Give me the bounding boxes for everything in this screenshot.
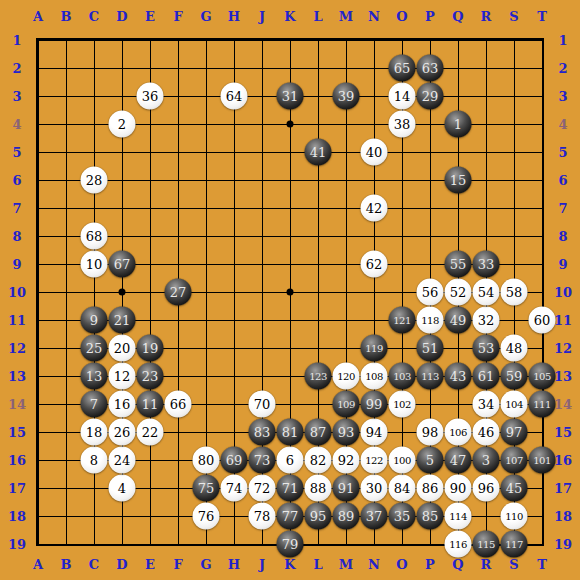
stone-black-123: 123 (305, 363, 332, 390)
coord-label-top-F: F (173, 9, 182, 24)
stone-black-33: 33 (473, 251, 500, 278)
coord-label-top-D: D (116, 9, 127, 24)
coord-label-top-Q: Q (452, 9, 463, 24)
coord-label-right-3: 3 (558, 89, 567, 104)
stone-black-55: 55 (445, 251, 472, 278)
stone-black-87: 87 (305, 419, 332, 446)
coord-label-bottom-A: A (33, 557, 43, 572)
coord-label-top-G: G (200, 9, 211, 24)
stone-white-104: 104 (501, 391, 528, 418)
stone-white-84: 84 (389, 475, 416, 502)
coord-label-bottom-H: H (228, 557, 240, 572)
stone-black-69: 69 (221, 447, 248, 474)
stone-black-119: 119 (361, 335, 388, 362)
coord-label-bottom-O: O (396, 557, 407, 572)
stone-black-31: 31 (277, 83, 304, 110)
stone-white-24: 24 (109, 447, 136, 474)
stone-black-45: 45 (501, 475, 528, 502)
coord-label-right-2: 2 (558, 61, 567, 76)
coord-label-top-B: B (61, 9, 72, 24)
coord-label-left-18: 18 (8, 509, 26, 524)
stone-black-9: 9 (81, 307, 108, 334)
stone-black-93: 93 (333, 419, 360, 446)
coord-label-right-16: 16 (554, 453, 572, 468)
stone-black-77: 77 (277, 503, 304, 530)
stone-white-2: 2 (109, 111, 136, 138)
stone-white-66: 66 (165, 391, 192, 418)
stone-white-14: 14 (389, 83, 416, 110)
stone-black-27: 27 (165, 279, 192, 306)
coord-label-left-10: 10 (8, 285, 26, 300)
coord-label-bottom-S: S (509, 557, 518, 572)
coord-label-right-5: 5 (558, 145, 567, 160)
stone-white-34: 34 (473, 391, 500, 418)
stone-black-73: 73 (249, 447, 276, 474)
coord-label-right-4: 4 (558, 117, 567, 132)
stone-white-120: 120 (333, 363, 360, 390)
coord-label-left-17: 17 (8, 481, 26, 496)
coord-label-left-13: 13 (8, 369, 26, 384)
stone-white-86: 86 (417, 475, 444, 502)
stone-white-48: 48 (501, 335, 528, 362)
coord-label-bottom-T: T (537, 557, 547, 572)
coord-label-right-18: 18 (554, 509, 572, 524)
coord-label-top-N: N (368, 9, 380, 24)
coord-label-top-P: P (425, 9, 435, 24)
stone-black-105: 105 (529, 363, 556, 390)
stone-white-6: 6 (277, 447, 304, 474)
stone-black-109: 109 (333, 391, 360, 418)
coord-label-top-E: E (145, 9, 155, 24)
stone-white-40: 40 (361, 139, 388, 166)
stone-white-30: 30 (361, 475, 388, 502)
coord-label-bottom-Q: Q (452, 557, 463, 572)
coord-label-bottom-N: N (368, 557, 380, 572)
stone-black-107: 107 (501, 447, 528, 474)
coord-label-right-12: 12 (554, 341, 572, 356)
stone-black-83: 83 (249, 419, 276, 446)
coord-label-left-8: 8 (12, 229, 21, 244)
coord-label-top-S: S (509, 9, 518, 24)
coord-label-right-15: 15 (554, 425, 572, 440)
stone-white-26: 26 (109, 419, 136, 446)
coord-label-right-10: 10 (554, 285, 572, 300)
stone-black-21: 21 (109, 307, 136, 334)
stone-white-74: 74 (221, 475, 248, 502)
stone-black-35: 35 (389, 503, 416, 530)
coord-label-bottom-E: E (145, 557, 155, 572)
coord-label-left-14: 14 (8, 397, 26, 412)
coord-label-left-12: 12 (8, 341, 26, 356)
coord-label-bottom-P: P (425, 557, 435, 572)
coord-label-left-16: 16 (8, 453, 26, 468)
stone-black-7: 7 (81, 391, 108, 418)
stone-black-13: 13 (81, 363, 108, 390)
stone-white-64: 64 (221, 83, 248, 110)
stone-white-98: 98 (417, 419, 444, 446)
stone-black-29: 29 (417, 83, 444, 110)
stone-black-97: 97 (501, 419, 528, 446)
stone-white-80: 80 (193, 447, 220, 474)
stone-white-38: 38 (389, 111, 416, 138)
coord-label-bottom-K: K (284, 557, 295, 572)
star-point-K10 (287, 289, 294, 296)
coord-label-bottom-C: C (89, 557, 99, 572)
stone-black-85: 85 (417, 503, 444, 530)
stone-white-12: 12 (109, 363, 136, 390)
coord-label-left-7: 7 (12, 201, 21, 216)
stone-white-70: 70 (249, 391, 276, 418)
coord-label-left-3: 3 (12, 89, 21, 104)
stone-black-79: 79 (277, 531, 304, 558)
stone-white-32: 32 (473, 307, 500, 334)
coord-label-top-C: C (89, 9, 99, 24)
stone-white-56: 56 (417, 279, 444, 306)
stone-black-43: 43 (445, 363, 472, 390)
stone-black-117: 117 (501, 531, 528, 558)
coord-label-bottom-L: L (313, 557, 322, 572)
coord-label-bottom-B: B (61, 557, 72, 572)
stone-black-19: 19 (137, 335, 164, 362)
stone-black-121: 121 (389, 307, 416, 334)
stone-white-68: 68 (81, 223, 108, 250)
stone-white-94: 94 (361, 419, 388, 446)
coord-label-right-11: 11 (554, 313, 572, 328)
star-point-K4 (287, 121, 294, 128)
coord-label-right-6: 6 (558, 173, 567, 188)
stone-white-28: 28 (81, 167, 108, 194)
stone-black-3: 3 (473, 447, 500, 474)
stone-black-89: 89 (333, 503, 360, 530)
stone-black-49: 49 (445, 307, 472, 334)
stone-black-115: 115 (473, 531, 500, 558)
coord-label-right-7: 7 (558, 201, 567, 216)
star-point-D10 (119, 289, 126, 296)
stone-white-72: 72 (249, 475, 276, 502)
coord-label-right-1: 1 (558, 33, 567, 48)
stone-white-18: 18 (81, 419, 108, 446)
coord-label-left-19: 19 (8, 537, 26, 552)
stone-black-75: 75 (193, 475, 220, 502)
coord-label-top-O: O (396, 9, 407, 24)
coord-label-bottom-G: G (200, 557, 211, 572)
coord-label-top-H: H (228, 9, 240, 24)
stone-white-60: 60 (529, 307, 556, 334)
stone-black-95: 95 (305, 503, 332, 530)
stone-black-53: 53 (473, 335, 500, 362)
coord-label-right-8: 8 (558, 229, 567, 244)
stone-white-90: 90 (445, 475, 472, 502)
stone-white-52: 52 (445, 279, 472, 306)
stone-white-100: 100 (389, 447, 416, 474)
stone-black-15: 15 (445, 167, 472, 194)
coord-label-top-L: L (313, 9, 322, 24)
stone-black-51: 51 (417, 335, 444, 362)
stone-white-42: 42 (361, 195, 388, 222)
coord-label-right-14: 14 (554, 397, 572, 412)
stone-white-10: 10 (81, 251, 108, 278)
coord-label-bottom-D: D (116, 557, 127, 572)
coord-label-right-9: 9 (558, 257, 567, 272)
stone-black-103: 103 (389, 363, 416, 390)
coord-label-bottom-F: F (173, 557, 182, 572)
stone-black-39: 39 (333, 83, 360, 110)
stone-white-108: 108 (361, 363, 388, 390)
stone-white-110: 110 (501, 503, 528, 530)
stone-black-81: 81 (277, 419, 304, 446)
stone-white-102: 102 (389, 391, 416, 418)
stone-black-65: 65 (389, 55, 416, 82)
stone-black-113: 113 (417, 363, 444, 390)
coord-label-left-9: 9 (12, 257, 21, 272)
stone-white-82: 82 (305, 447, 332, 474)
stone-black-59: 59 (501, 363, 528, 390)
stone-white-92: 92 (333, 447, 360, 474)
coord-label-top-T: T (537, 9, 547, 24)
coord-label-top-J: J (259, 9, 265, 24)
stone-black-37: 37 (361, 503, 388, 530)
stone-white-114: 114 (445, 503, 472, 530)
stone-white-58: 58 (501, 279, 528, 306)
stone-black-1: 1 (445, 111, 472, 138)
coord-label-left-2: 2 (12, 61, 21, 76)
coord-label-bottom-M: M (339, 557, 353, 572)
coord-label-top-K: K (284, 9, 295, 24)
stone-white-8: 8 (81, 447, 108, 474)
stone-black-61: 61 (473, 363, 500, 390)
stone-black-101: 101 (529, 447, 556, 474)
stone-white-62: 62 (361, 251, 388, 278)
stone-white-36: 36 (137, 83, 164, 110)
go-board-screenshot: AABBCCDDEEFFGGHHJJKKLLMMNNOOPPQQRRSSTT11… (0, 0, 580, 580)
stone-white-96: 96 (473, 475, 500, 502)
stone-white-118: 118 (417, 307, 444, 334)
stone-black-41: 41 (305, 139, 332, 166)
stone-black-111: 111 (529, 391, 556, 418)
stone-white-76: 76 (193, 503, 220, 530)
stone-white-16: 16 (109, 391, 136, 418)
stone-white-78: 78 (249, 503, 276, 530)
coord-label-left-1: 1 (12, 33, 21, 48)
stone-white-4: 4 (109, 475, 136, 502)
stone-white-46: 46 (473, 419, 500, 446)
stone-black-47: 47 (445, 447, 472, 474)
coord-label-bottom-J: J (259, 557, 265, 572)
coord-label-right-13: 13 (554, 369, 572, 384)
stone-white-88: 88 (305, 475, 332, 502)
stone-white-116: 116 (445, 531, 472, 558)
coord-label-left-6: 6 (12, 173, 21, 188)
stone-white-122: 122 (361, 447, 388, 474)
coord-label-right-19: 19 (554, 537, 572, 552)
coord-label-left-5: 5 (12, 145, 21, 160)
stone-black-99: 99 (361, 391, 388, 418)
coord-label-bottom-R: R (481, 557, 492, 572)
stone-black-11: 11 (137, 391, 164, 418)
stone-black-91: 91 (333, 475, 360, 502)
coord-label-top-M: M (339, 9, 353, 24)
coord-label-top-R: R (481, 9, 492, 24)
coord-label-left-4: 4 (12, 117, 21, 132)
coord-label-left-15: 15 (8, 425, 26, 440)
stone-black-25: 25 (81, 335, 108, 362)
stone-black-71: 71 (277, 475, 304, 502)
coord-label-top-A: A (33, 9, 43, 24)
coord-label-left-11: 11 (8, 313, 26, 328)
stone-white-22: 22 (137, 419, 164, 446)
stone-black-63: 63 (417, 55, 444, 82)
coord-label-right-17: 17 (554, 481, 572, 496)
stone-black-5: 5 (417, 447, 444, 474)
stone-white-20: 20 (109, 335, 136, 362)
stone-white-106: 106 (445, 419, 472, 446)
stone-black-23: 23 (137, 363, 164, 390)
stone-white-54: 54 (473, 279, 500, 306)
stone-black-67: 67 (109, 251, 136, 278)
